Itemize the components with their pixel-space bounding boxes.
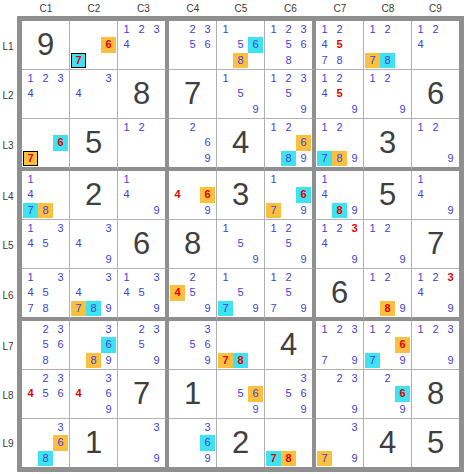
candidate-2[interactable]: 2: [380, 270, 395, 285]
cell-L2C9[interactable]: 6: [412, 70, 459, 119]
cell-L7C6[interactable]: 4: [265, 321, 316, 370]
cell-L3C6[interactable]: 12689: [265, 119, 316, 171]
cell-L3C9[interactable]: 129: [412, 119, 459, 171]
cell-L3C7[interactable]: 12789: [316, 119, 364, 171]
candidate-6[interactable]: 6: [200, 135, 215, 150]
candidate-3[interactable]: 3: [101, 322, 116, 337]
cell-L7C7[interactable]: 12379: [316, 321, 364, 370]
candidate-6[interactable]: 6: [200, 337, 215, 352]
candidate-1[interactable]: 1: [266, 120, 281, 135]
candidate-2[interactable]: 2: [185, 120, 200, 135]
candidate-9[interactable]: 9: [296, 203, 311, 218]
candidate-3[interactable]: 3: [200, 22, 215, 37]
candidate-1[interactable]: 1: [365, 71, 380, 86]
candidate-9[interactable]: 9: [200, 353, 215, 368]
candidate-1[interactable]: 1: [365, 22, 380, 37]
candidate-6[interactable]: 6: [53, 135, 68, 150]
candidate-2[interactable]: 2: [380, 371, 395, 386]
candidate-2[interactable]: 2: [185, 270, 200, 285]
cell-L8C3[interactable]: 7: [118, 370, 169, 419]
candidate-9[interactable]: 9: [200, 301, 215, 316]
candidate-9[interactable]: 9: [101, 252, 116, 267]
candidate-7[interactable]: 7: [266, 203, 281, 218]
cell-L2C8[interactable]: 129: [364, 70, 412, 119]
candidate-6[interactable]: 6: [53, 435, 68, 450]
candidate-3[interactable]: 3: [101, 221, 116, 236]
candidate-6[interactable]: 6: [101, 337, 116, 352]
candidate-4[interactable]: 4: [170, 187, 185, 202]
cell-L9C5[interactable]: 2: [217, 419, 265, 467]
candidate-1[interactable]: 1: [317, 322, 332, 337]
candidate-5[interactable]: 5: [281, 285, 296, 300]
candidate-9[interactable]: 9: [347, 102, 362, 117]
candidate-3[interactable]: 3: [347, 371, 362, 386]
candidate-8[interactable]: 8: [38, 451, 53, 466]
candidate-3[interactable]: 3: [149, 322, 164, 337]
candidate-1[interactable]: 1: [266, 71, 281, 86]
cell-L6C8[interactable]: 1289: [364, 269, 412, 321]
candidate-7[interactable]: 7: [317, 451, 332, 466]
cell-L1C4[interactable]: 2356: [169, 21, 217, 70]
cell-L5C3[interactable]: 6: [118, 220, 169, 269]
candidate-9[interactable]: 9: [296, 301, 311, 316]
cell-L3C8[interactable]: 3: [364, 119, 412, 171]
cell-L6C3[interactable]: 13459: [118, 269, 169, 321]
candidate-6[interactable]: 6: [296, 386, 311, 401]
candidate-1[interactable]: 1: [266, 221, 281, 236]
candidate-2[interactable]: 2: [332, 371, 347, 386]
candidate-4[interactable]: 4: [23, 187, 38, 202]
candidate-7[interactable]: 7: [23, 151, 38, 166]
cell-L7C8[interactable]: 12679: [364, 321, 412, 370]
candidate-2[interactable]: 2: [134, 322, 149, 337]
candidate-4[interactable]: 4: [71, 236, 86, 251]
candidate-1[interactable]: 1: [23, 172, 38, 187]
candidate-5[interactable]: 5: [233, 386, 248, 401]
candidate-9[interactable]: 9: [296, 252, 311, 267]
candidate-1[interactable]: 1: [23, 221, 38, 236]
candidate-7[interactable]: 7: [365, 353, 380, 368]
candidate-9[interactable]: 9: [395, 252, 410, 267]
candidate-1[interactable]: 1: [413, 120, 428, 135]
candidate-3[interactable]: 3: [347, 322, 362, 337]
cell-L9C1[interactable]: 368: [22, 419, 70, 467]
candidate-4[interactable]: 4: [23, 285, 38, 300]
candidate-4[interactable]: 4: [317, 37, 332, 52]
candidate-7[interactable]: 7: [317, 353, 332, 368]
candidate-1[interactable]: 1: [365, 322, 380, 337]
candidate-4[interactable]: 4: [413, 187, 428, 202]
candidate-1[interactable]: 1: [317, 22, 332, 37]
candidate-2[interactable]: 2: [332, 120, 347, 135]
candidate-9[interactable]: 9: [347, 451, 362, 466]
candidate-9[interactable]: 9: [149, 301, 164, 316]
candidate-9[interactable]: 9: [347, 353, 362, 368]
candidate-2[interactable]: 2: [428, 270, 443, 285]
candidate-9[interactable]: 9: [395, 402, 410, 417]
candidate-5[interactable]: 5: [185, 337, 200, 352]
cell-L7C1[interactable]: 23568: [22, 321, 70, 370]
candidate-3[interactable]: 3: [53, 322, 68, 337]
candidate-9[interactable]: 9: [296, 102, 311, 117]
candidate-9[interactable]: 9: [395, 102, 410, 117]
cell-L9C4[interactable]: 369: [169, 419, 217, 467]
cell-L4C5[interactable]: 3: [217, 171, 265, 220]
candidate-3[interactable]: 3: [101, 371, 116, 386]
candidate-9[interactable]: 9: [248, 301, 263, 316]
cell-L6C7[interactable]: 6: [316, 269, 364, 321]
candidate-3[interactable]: 3: [296, 71, 311, 86]
candidate-3[interactable]: 3: [149, 270, 164, 285]
candidate-4[interactable]: 4: [71, 86, 86, 101]
candidate-6[interactable]: 6: [248, 37, 263, 52]
candidate-6[interactable]: 6: [395, 386, 410, 401]
candidate-6[interactable]: 6: [200, 37, 215, 52]
candidate-7[interactable]: 7: [317, 53, 332, 68]
cell-L1C1[interactable]: 9: [22, 21, 70, 70]
candidate-6[interactable]: 6: [101, 386, 116, 401]
candidate-4[interactable]: 4: [170, 285, 185, 300]
candidate-9[interactable]: 9: [248, 402, 263, 417]
candidate-2[interactable]: 2: [380, 22, 395, 37]
candidate-2[interactable]: 2: [332, 322, 347, 337]
cell-L4C3[interactable]: 149: [118, 171, 169, 220]
candidate-9[interactable]: 9: [443, 203, 458, 218]
cell-L8C4[interactable]: 1: [169, 370, 217, 419]
candidate-3[interactable]: 3: [149, 420, 164, 435]
candidate-4[interactable]: 4: [317, 236, 332, 251]
candidate-5[interactable]: 5: [281, 86, 296, 101]
cell-L6C9[interactable]: 12349: [412, 269, 459, 321]
candidate-3[interactable]: 3: [101, 71, 116, 86]
candidate-7[interactable]: 7: [71, 301, 86, 316]
candidate-8[interactable]: 8: [332, 53, 347, 68]
candidate-9[interactable]: 9: [443, 301, 458, 316]
cell-L1C6[interactable]: 123568: [265, 21, 316, 70]
candidate-5[interactable]: 5: [233, 236, 248, 251]
cell-L4C6[interactable]: 1679: [265, 171, 316, 220]
candidate-8[interactable]: 8: [380, 301, 395, 316]
candidate-8[interactable]: 8: [281, 451, 296, 466]
candidate-1[interactable]: 1: [413, 172, 428, 187]
candidate-1[interactable]: 1: [218, 71, 233, 86]
candidate-4[interactable]: 4: [71, 386, 86, 401]
candidate-7[interactable]: 7: [71, 53, 86, 68]
cell-L8C5[interactable]: 569: [217, 370, 265, 419]
candidate-3[interactable]: 3: [53, 270, 68, 285]
cell-L6C5[interactable]: 1579: [217, 269, 265, 321]
candidate-2[interactable]: 2: [380, 322, 395, 337]
cell-L1C7[interactable]: 124578: [316, 21, 364, 70]
cell-L6C4[interactable]: 2459: [169, 269, 217, 321]
cell-L4C7[interactable]: 1489: [316, 171, 364, 220]
cell-L9C7[interactable]: 379: [316, 419, 364, 467]
cell-L5C1[interactable]: 1345: [22, 220, 70, 269]
candidate-8[interactable]: 8: [86, 301, 101, 316]
cell-L6C6[interactable]: 12579: [265, 269, 316, 321]
candidate-2[interactable]: 2: [332, 71, 347, 86]
candidate-1[interactable]: 1: [413, 22, 428, 37]
cell-L1C9[interactable]: 124: [412, 21, 459, 70]
cell-L3C5[interactable]: 4: [217, 119, 265, 171]
candidate-8[interactable]: 8: [38, 203, 53, 218]
candidate-8[interactable]: 8: [38, 353, 53, 368]
candidate-6[interactable]: 6: [248, 386, 263, 401]
candidate-4[interactable]: 4: [317, 86, 332, 101]
cell-L8C1[interactable]: 23456: [22, 370, 70, 419]
cell-L7C2[interactable]: 3689: [70, 321, 118, 370]
candidate-7[interactable]: 7: [23, 301, 38, 316]
candidate-3[interactable]: 3: [101, 270, 116, 285]
candidate-8[interactable]: 8: [38, 301, 53, 316]
cell-L2C2[interactable]: 34: [70, 70, 118, 119]
candidate-1[interactable]: 1: [23, 71, 38, 86]
candidate-8[interactable]: 8: [332, 151, 347, 166]
candidate-7[interactable]: 7: [317, 151, 332, 166]
cell-L2C1[interactable]: 1234: [22, 70, 70, 119]
cell-L4C4[interactable]: 469: [169, 171, 217, 220]
candidate-2[interactable]: 2: [38, 71, 53, 86]
candidate-9[interactable]: 9: [347, 402, 362, 417]
cell-L8C7[interactable]: 239: [316, 370, 364, 419]
candidate-4[interactable]: 4: [119, 285, 134, 300]
candidate-2[interactable]: 2: [428, 322, 443, 337]
candidate-8[interactable]: 8: [380, 53, 395, 68]
candidate-2[interactable]: 2: [428, 22, 443, 37]
candidate-4[interactable]: 4: [23, 386, 38, 401]
candidate-7[interactable]: 7: [266, 301, 281, 316]
cell-L5C9[interactable]: 7: [412, 220, 459, 269]
cell-L7C5[interactable]: 78: [217, 321, 265, 370]
cell-L5C2[interactable]: 349: [70, 220, 118, 269]
candidate-1[interactable]: 1: [413, 270, 428, 285]
cell-L6C2[interactable]: 34789: [70, 269, 118, 321]
cell-L4C8[interactable]: 5: [364, 171, 412, 220]
cell-L8C6[interactable]: 3569: [265, 370, 316, 419]
cell-L9C9[interactable]: 5: [412, 419, 459, 467]
candidate-4[interactable]: 4: [119, 187, 134, 202]
candidate-3[interactable]: 3: [200, 420, 215, 435]
candidate-9[interactable]: 9: [296, 151, 311, 166]
candidate-5[interactable]: 5: [38, 236, 53, 251]
cell-L5C4[interactable]: 8: [169, 220, 217, 269]
cell-L2C5[interactable]: 159: [217, 70, 265, 119]
candidate-3[interactable]: 3: [296, 371, 311, 386]
candidate-5[interactable]: 5: [332, 86, 347, 101]
cell-L7C9[interactable]: 1239: [412, 321, 459, 370]
candidate-1[interactable]: 1: [23, 270, 38, 285]
cell-L1C3[interactable]: 1234: [118, 21, 169, 70]
candidate-5[interactable]: 5: [38, 337, 53, 352]
candidate-9[interactable]: 9: [443, 353, 458, 368]
cell-L5C7[interactable]: 12349: [316, 220, 364, 269]
candidate-3[interactable]: 3: [53, 221, 68, 236]
candidate-9[interactable]: 9: [443, 151, 458, 166]
candidate-9[interactable]: 9: [200, 451, 215, 466]
candidate-1[interactable]: 1: [413, 322, 428, 337]
candidate-1[interactable]: 1: [365, 221, 380, 236]
cell-L7C4[interactable]: 3569: [169, 321, 217, 370]
candidate-5[interactable]: 5: [233, 285, 248, 300]
candidate-2[interactable]: 2: [380, 221, 395, 236]
candidate-9[interactable]: 9: [347, 151, 362, 166]
candidate-1[interactable]: 1: [218, 221, 233, 236]
cell-L5C5[interactable]: 159: [217, 220, 265, 269]
cell-L9C8[interactable]: 4: [364, 419, 412, 467]
cell-L8C2[interactable]: 3469: [70, 370, 118, 419]
candidate-1[interactable]: 1: [119, 270, 134, 285]
cell-L8C9[interactable]: 8: [412, 370, 459, 419]
candidate-3[interactable]: 3: [200, 322, 215, 337]
candidate-8[interactable]: 8: [233, 353, 248, 368]
candidate-9[interactable]: 9: [347, 203, 362, 218]
candidate-3[interactable]: 3: [347, 221, 362, 236]
candidate-6[interactable]: 6: [395, 337, 410, 352]
cell-L9C3[interactable]: 39: [118, 419, 169, 467]
cell-L2C7[interactable]: 12459: [316, 70, 364, 119]
candidate-3[interactable]: 3: [53, 71, 68, 86]
candidate-6[interactable]: 6: [53, 337, 68, 352]
candidate-9[interactable]: 9: [101, 353, 116, 368]
candidate-5[interactable]: 5: [134, 337, 149, 352]
candidate-1[interactable]: 1: [365, 270, 380, 285]
candidate-4[interactable]: 4: [317, 187, 332, 202]
candidate-2[interactable]: 2: [380, 71, 395, 86]
cell-L4C2[interactable]: 2: [70, 171, 118, 220]
candidate-9[interactable]: 9: [200, 151, 215, 166]
candidate-1[interactable]: 1: [266, 172, 281, 187]
candidate-2[interactable]: 2: [185, 22, 200, 37]
candidate-5[interactable]: 5: [185, 285, 200, 300]
cell-L4C1[interactable]: 1478: [22, 171, 70, 220]
cell-L3C4[interactable]: 269: [169, 119, 217, 171]
cell-L2C4[interactable]: 7: [169, 70, 217, 119]
candidate-6[interactable]: 6: [101, 37, 116, 52]
candidate-9[interactable]: 9: [101, 402, 116, 417]
candidate-3[interactable]: 3: [443, 322, 458, 337]
candidate-2[interactable]: 2: [281, 221, 296, 236]
candidate-2[interactable]: 2: [281, 71, 296, 86]
candidate-2[interactable]: 2: [281, 22, 296, 37]
candidate-4[interactable]: 4: [413, 37, 428, 52]
candidate-4[interactable]: 4: [119, 37, 134, 52]
candidate-4[interactable]: 4: [23, 86, 38, 101]
candidate-1[interactable]: 1: [266, 270, 281, 285]
cell-L3C1[interactable]: 67: [22, 119, 70, 171]
candidate-6[interactable]: 6: [200, 187, 215, 202]
candidate-2[interactable]: 2: [281, 120, 296, 135]
candidate-2[interactable]: 2: [134, 22, 149, 37]
cell-L4C9[interactable]: 149: [412, 171, 459, 220]
cell-L1C5[interactable]: 1568: [217, 21, 265, 70]
candidate-1[interactable]: 1: [317, 71, 332, 86]
candidate-5[interactable]: 5: [281, 386, 296, 401]
candidate-9[interactable]: 9: [149, 203, 164, 218]
candidate-5[interactable]: 5: [38, 285, 53, 300]
candidate-5[interactable]: 5: [332, 37, 347, 52]
candidate-6[interactable]: 6: [296, 187, 311, 202]
cell-L9C2[interactable]: 1: [70, 419, 118, 467]
candidate-6[interactable]: 6: [53, 386, 68, 401]
candidate-8[interactable]: 8: [281, 151, 296, 166]
cell-L5C6[interactable]: 1259: [265, 220, 316, 269]
candidate-3[interactable]: 3: [53, 371, 68, 386]
candidate-9[interactable]: 9: [395, 353, 410, 368]
candidate-2[interactable]: 2: [332, 221, 347, 236]
candidate-8[interactable]: 8: [332, 203, 347, 218]
candidate-9[interactable]: 9: [149, 353, 164, 368]
candidate-2[interactable]: 2: [38, 371, 53, 386]
candidate-6[interactable]: 6: [296, 135, 311, 150]
candidate-2[interactable]: 2: [38, 322, 53, 337]
candidate-6[interactable]: 6: [200, 435, 215, 450]
cell-L5C8[interactable]: 129: [364, 220, 412, 269]
candidate-5[interactable]: 5: [233, 37, 248, 52]
cell-L2C3[interactable]: 8: [118, 70, 169, 119]
cell-L1C8[interactable]: 1278: [364, 21, 412, 70]
candidate-1[interactable]: 1: [119, 120, 134, 135]
candidate-3[interactable]: 3: [53, 420, 68, 435]
candidate-9[interactable]: 9: [248, 102, 263, 117]
candidate-1[interactable]: 1: [218, 270, 233, 285]
candidate-2[interactable]: 2: [134, 120, 149, 135]
candidate-8[interactable]: 8: [86, 353, 101, 368]
candidate-7[interactable]: 7: [23, 203, 38, 218]
candidate-9[interactable]: 9: [395, 301, 410, 316]
candidate-3[interactable]: 3: [149, 22, 164, 37]
candidate-1[interactable]: 1: [266, 22, 281, 37]
candidate-3[interactable]: 3: [347, 420, 362, 435]
candidate-1[interactable]: 1: [119, 172, 134, 187]
candidate-9[interactable]: 9: [248, 252, 263, 267]
candidate-9[interactable]: 9: [347, 252, 362, 267]
candidate-6[interactable]: 6: [296, 37, 311, 52]
candidate-5[interactable]: 5: [38, 386, 53, 401]
candidate-7[interactable]: 7: [218, 301, 233, 316]
cell-L9C6[interactable]: 78: [265, 419, 316, 467]
cell-L8C8[interactable]: 269: [364, 370, 412, 419]
cell-L3C2[interactable]: 5: [70, 119, 118, 171]
candidate-5[interactable]: 5: [185, 37, 200, 52]
candidate-4[interactable]: 4: [71, 285, 86, 300]
candidate-2[interactable]: 2: [332, 22, 347, 37]
candidate-9[interactable]: 9: [296, 402, 311, 417]
candidate-1[interactable]: 1: [317, 221, 332, 236]
cell-L7C3[interactable]: 2359: [118, 321, 169, 370]
candidate-3[interactable]: 3: [296, 22, 311, 37]
cell-L2C6[interactable]: 12359: [265, 70, 316, 119]
candidate-2[interactable]: 2: [428, 120, 443, 135]
candidate-5[interactable]: 5: [281, 37, 296, 52]
candidate-2[interactable]: 2: [281, 270, 296, 285]
candidate-3[interactable]: 3: [443, 270, 458, 285]
candidate-9[interactable]: 9: [200, 203, 215, 218]
candidate-1[interactable]: 1: [317, 120, 332, 135]
candidate-7[interactable]: 7: [266, 451, 281, 466]
candidate-5[interactable]: 5: [233, 86, 248, 101]
candidate-1[interactable]: 1: [218, 22, 233, 37]
candidate-8[interactable]: 8: [233, 53, 248, 68]
candidate-4[interactable]: 4: [23, 236, 38, 251]
cell-L6C1[interactable]: 134578: [22, 269, 70, 321]
cell-L1C2[interactable]: 67: [70, 21, 118, 70]
candidate-8[interactable]: 8: [281, 53, 296, 68]
candidate-9[interactable]: 9: [149, 451, 164, 466]
candidate-5[interactable]: 5: [134, 285, 149, 300]
candidate-9[interactable]: 9: [101, 301, 116, 316]
candidate-1[interactable]: 1: [317, 172, 332, 187]
cell-L3C3[interactable]: 12: [118, 119, 169, 171]
